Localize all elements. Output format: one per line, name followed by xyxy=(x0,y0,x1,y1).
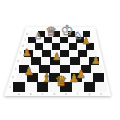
gold-bishop-d2[interactable]: ♝ xyxy=(42,72,53,84)
square-c6[interactable] xyxy=(43,43,52,50)
silver-queen-d8[interactable]: ♕ xyxy=(45,25,57,38)
square-e6[interactable] xyxy=(60,43,69,50)
square-a1[interactable] xyxy=(13,82,25,92)
square-f5[interactable] xyxy=(69,50,78,57)
gold-pawn-h6[interactable]: ♟ xyxy=(82,37,90,46)
file-label-b: b xyxy=(30,93,32,96)
gold-pawn-b3[interactable]: ♟ xyxy=(24,66,34,77)
square-g1[interactable] xyxy=(84,82,96,92)
file-label-h: h xyxy=(100,93,102,96)
gold-pawn-a5[interactable]: ♟ xyxy=(23,48,32,58)
square-f6[interactable] xyxy=(69,43,78,50)
square-f4[interactable] xyxy=(70,57,80,65)
square-b1[interactable] xyxy=(25,82,37,92)
square-b6[interactable] xyxy=(35,43,44,50)
square-h1[interactable] xyxy=(95,82,107,92)
gold-pawn-e4[interactable]: ♟ xyxy=(53,52,62,62)
silver-pawn-b7[interactable]: ♙ xyxy=(34,32,42,41)
square-c5[interactable] xyxy=(42,50,51,57)
file-label-g: g xyxy=(88,93,90,96)
rank-label-2: 2 xyxy=(12,76,14,79)
square-g4[interactable] xyxy=(80,57,90,65)
file-label-d: d xyxy=(53,93,55,96)
file-label-e: e xyxy=(65,93,67,96)
square-h3[interactable] xyxy=(91,65,101,73)
file-label-f: f xyxy=(77,93,78,96)
rank-label-7: 7 xyxy=(24,39,26,42)
rank-label-5: 5 xyxy=(20,52,22,55)
file-label-c: c xyxy=(42,93,44,96)
square-b4[interactable] xyxy=(31,57,41,65)
chess-photo-scene: 87654321abcdefgh ♕♔♙♘♟♟♟♟♟♝♛♟♟ xyxy=(0,0,120,120)
rank-label-1: 1 xyxy=(9,86,11,89)
gold-pawn-g2[interactable]: ♟ xyxy=(76,69,86,80)
gold-queen-e1[interactable]: ♛ xyxy=(55,74,68,88)
rank-label-4: 4 xyxy=(17,60,19,63)
rank-label-8: 8 xyxy=(26,33,28,36)
rank-label-3: 3 xyxy=(15,68,17,71)
square-a4[interactable] xyxy=(21,57,31,65)
square-h2[interactable] xyxy=(93,73,104,82)
square-c4[interactable] xyxy=(41,57,51,65)
file-label-a: a xyxy=(18,93,20,96)
silver-king-f8[interactable]: ♔ xyxy=(61,23,74,37)
square-g5[interactable] xyxy=(78,50,87,57)
square-d6[interactable] xyxy=(52,43,61,50)
gold-pawn-h4[interactable]: ♟ xyxy=(92,56,101,66)
square-b5[interactable] xyxy=(33,50,42,57)
